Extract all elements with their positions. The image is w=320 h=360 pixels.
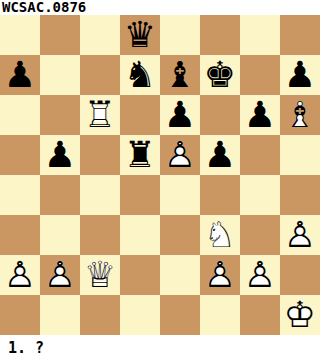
square-g7[interactable] — [240, 55, 280, 95]
square-h2[interactable] — [280, 255, 320, 295]
square-c4[interactable] — [80, 175, 120, 215]
square-a4[interactable] — [0, 175, 40, 215]
white-pawn-piece: ♙ — [40, 255, 80, 295]
square-f7[interactable]: ♚ — [200, 55, 240, 95]
move-prompt: 1. ? — [0, 339, 320, 357]
white-rook-piece-fill: ♜ — [80, 95, 120, 135]
square-f5[interactable]: ♟ — [200, 135, 240, 175]
square-a3[interactable] — [0, 215, 40, 255]
square-a7[interactable]: ♟ — [0, 55, 40, 95]
white-bishop-piece: ♗ — [280, 95, 320, 135]
square-f2[interactable]: ♟♙ — [200, 255, 240, 295]
square-f3[interactable]: ♞♘ — [200, 215, 240, 255]
white-king-piece-fill: ♚ — [280, 295, 320, 335]
square-a6[interactable] — [0, 95, 40, 135]
white-queen-piece: ♕ — [80, 255, 120, 295]
square-e5[interactable]: ♟♙ — [160, 135, 200, 175]
square-h4[interactable] — [280, 175, 320, 215]
square-e4[interactable] — [160, 175, 200, 215]
white-queen-piece-fill: ♛ — [80, 255, 120, 295]
diagram-title: WCSAC.0876 — [0, 0, 320, 15]
square-e3[interactable] — [160, 215, 200, 255]
square-g4[interactable] — [240, 175, 280, 215]
square-c8[interactable] — [80, 15, 120, 55]
square-e2[interactable] — [160, 255, 200, 295]
square-e6[interactable]: ♟ — [160, 95, 200, 135]
square-c3[interactable] — [80, 215, 120, 255]
white-pawn-piece: ♙ — [160, 135, 200, 175]
white-bishop-piece-fill: ♝ — [280, 95, 320, 135]
square-e1[interactable] — [160, 295, 200, 335]
black-queen-piece: ♛ — [120, 15, 160, 55]
square-g1[interactable] — [240, 295, 280, 335]
square-h6[interactable]: ♝♗ — [280, 95, 320, 135]
black-pawn-piece: ♟ — [40, 135, 80, 175]
black-bishop-piece: ♝ — [160, 55, 200, 95]
square-a8[interactable] — [0, 15, 40, 55]
white-king-piece: ♔ — [280, 295, 320, 335]
square-c5[interactable] — [80, 135, 120, 175]
white-rook-piece: ♖ — [80, 95, 120, 135]
square-e7[interactable]: ♝ — [160, 55, 200, 95]
black-pawn-piece: ♟ — [200, 135, 240, 175]
square-d4[interactable] — [120, 175, 160, 215]
square-c6[interactable]: ♜♖ — [80, 95, 120, 135]
chess-diagram-page: WCSAC.0876 ♛♟♞♝♚♟♜♖♟♟♝♗♟♜♟♙♟♞♘♟♙♟♙♟♙♛♕♟♙… — [0, 0, 320, 360]
square-d5[interactable]: ♜ — [120, 135, 160, 175]
white-pawn-piece-fill: ♟ — [40, 255, 80, 295]
black-pawn-piece: ♟ — [160, 95, 200, 135]
square-d6[interactable] — [120, 95, 160, 135]
square-g5[interactable] — [240, 135, 280, 175]
square-f8[interactable] — [200, 15, 240, 55]
white-pawn-piece-fill: ♟ — [240, 255, 280, 295]
black-rook-piece: ♜ — [120, 135, 160, 175]
white-pawn-piece-fill: ♟ — [280, 215, 320, 255]
white-pawn-piece: ♙ — [240, 255, 280, 295]
white-pawn-piece: ♙ — [200, 255, 240, 295]
square-f6[interactable] — [200, 95, 240, 135]
square-h5[interactable] — [280, 135, 320, 175]
square-d8[interactable]: ♛ — [120, 15, 160, 55]
square-b4[interactable] — [40, 175, 80, 215]
square-b7[interactable] — [40, 55, 80, 95]
square-h8[interactable] — [280, 15, 320, 55]
square-g8[interactable] — [240, 15, 280, 55]
black-pawn-piece: ♟ — [240, 95, 280, 135]
square-b3[interactable] — [40, 215, 80, 255]
white-pawn-piece: ♙ — [0, 255, 40, 295]
square-c2[interactable]: ♛♕ — [80, 255, 120, 295]
white-pawn-piece: ♙ — [280, 215, 320, 255]
square-g2[interactable]: ♟♙ — [240, 255, 280, 295]
square-d2[interactable] — [120, 255, 160, 295]
white-knight-piece: ♘ — [200, 215, 240, 255]
square-h3[interactable]: ♟♙ — [280, 215, 320, 255]
square-c7[interactable] — [80, 55, 120, 95]
square-d3[interactable] — [120, 215, 160, 255]
white-knight-piece-fill: ♞ — [200, 215, 240, 255]
square-b6[interactable] — [40, 95, 80, 135]
square-d7[interactable]: ♞ — [120, 55, 160, 95]
black-knight-piece: ♞ — [120, 55, 160, 95]
square-a2[interactable]: ♟♙ — [0, 255, 40, 295]
square-g6[interactable]: ♟ — [240, 95, 280, 135]
square-h7[interactable]: ♟ — [280, 55, 320, 95]
white-pawn-piece-fill: ♟ — [160, 135, 200, 175]
white-pawn-piece-fill: ♟ — [200, 255, 240, 295]
square-g3[interactable] — [240, 215, 280, 255]
square-h1[interactable]: ♚♔ — [280, 295, 320, 335]
square-b5[interactable]: ♟ — [40, 135, 80, 175]
chess-board: ♛♟♞♝♚♟♜♖♟♟♝♗♟♜♟♙♟♞♘♟♙♟♙♟♙♛♕♟♙♟♙♚♔ — [0, 15, 320, 335]
white-pawn-piece-fill: ♟ — [0, 255, 40, 295]
square-a1[interactable] — [0, 295, 40, 335]
square-b8[interactable] — [40, 15, 80, 55]
square-f1[interactable] — [200, 295, 240, 335]
black-pawn-piece: ♟ — [0, 55, 40, 95]
square-e8[interactable] — [160, 15, 200, 55]
black-pawn-piece: ♟ — [280, 55, 320, 95]
square-c1[interactable] — [80, 295, 120, 335]
square-b1[interactable] — [40, 295, 80, 335]
square-d1[interactable] — [120, 295, 160, 335]
square-a5[interactable] — [0, 135, 40, 175]
black-king-piece: ♚ — [200, 55, 240, 95]
square-f4[interactable] — [200, 175, 240, 215]
square-b2[interactable]: ♟♙ — [40, 255, 80, 295]
